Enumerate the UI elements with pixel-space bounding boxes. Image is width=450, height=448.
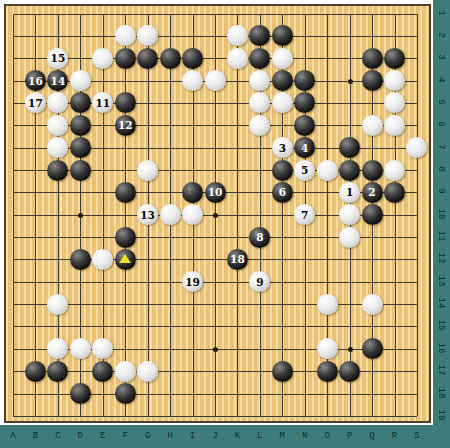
- column-label-F: F: [118, 431, 132, 441]
- stone-P8[interactable]: [339, 160, 360, 181]
- row-label-2: 2: [436, 28, 446, 42]
- star-point: [348, 79, 353, 84]
- move-6-stone-M9[interactable]: 6: [272, 182, 293, 203]
- move-2-stone-Q9[interactable]: 2: [362, 182, 383, 203]
- stone-C14[interactable]: [47, 294, 68, 315]
- row-label-10: 10: [436, 207, 446, 221]
- stone-D8[interactable]: [70, 160, 91, 181]
- stone-I4[interactable]: [182, 70, 203, 91]
- move-15-stone-C3[interactable]: 15: [47, 48, 68, 69]
- column-label-K: K: [230, 431, 244, 441]
- stone-R9[interactable]: [384, 182, 405, 203]
- grid-line-horizontal: [13, 304, 417, 305]
- stone-F2[interactable]: [115, 25, 136, 46]
- column-label-H: H: [163, 431, 177, 441]
- column-label-O: O: [320, 431, 334, 441]
- star-point: [213, 213, 218, 218]
- stone-B17[interactable]: [25, 361, 46, 382]
- stone-R6[interactable]: [384, 115, 405, 136]
- row-label-6: 6: [436, 117, 446, 131]
- row-label-17: 17: [436, 363, 446, 377]
- grid-line-horizontal: [13, 282, 417, 283]
- row-label-8: 8: [436, 162, 446, 176]
- row-label-9: 9: [436, 184, 446, 198]
- stone-Q6[interactable]: [362, 115, 383, 136]
- move-16-stone-B4[interactable]: 16: [25, 70, 46, 91]
- move-8-stone-L11[interactable]: 8: [249, 227, 270, 248]
- stone-O17[interactable]: [317, 361, 338, 382]
- row-label-12: 12: [436, 251, 446, 265]
- stone-D6[interactable]: [70, 115, 91, 136]
- column-label-G: G: [141, 431, 155, 441]
- stone-P11[interactable]: [339, 227, 360, 248]
- row-label-11: 11: [436, 229, 446, 243]
- column-label-P: P: [343, 431, 357, 441]
- grid-line-horizontal: [13, 58, 417, 59]
- grid-line-horizontal: [13, 326, 417, 327]
- stone-O14[interactable]: [317, 294, 338, 315]
- column-label-M: M: [275, 431, 289, 441]
- row-label-4: 4: [436, 73, 446, 87]
- stone-F17[interactable]: [115, 361, 136, 382]
- stone-G8[interactable]: [137, 160, 158, 181]
- stone-L3[interactable]: [249, 48, 270, 69]
- go-board-frame: 15161417111234510612137818199ABCDEFGHIJK…: [0, 0, 450, 448]
- stone-F11[interactable]: [115, 227, 136, 248]
- column-label-C: C: [51, 431, 65, 441]
- stone-E3[interactable]: [92, 48, 113, 69]
- stone-O8[interactable]: [317, 160, 338, 181]
- stone-Q8[interactable]: [362, 160, 383, 181]
- stone-M3[interactable]: [272, 48, 293, 69]
- stone-F9[interactable]: [115, 182, 136, 203]
- grid-line-horizontal: [13, 36, 417, 37]
- move-1-stone-P9[interactable]: 1: [339, 182, 360, 203]
- move-3-stone-M7[interactable]: 3: [272, 137, 293, 158]
- row-label-5: 5: [436, 95, 446, 109]
- stone-R4[interactable]: [384, 70, 405, 91]
- row-label-7: 7: [436, 140, 446, 154]
- move-10-stone-J9[interactable]: 10: [205, 182, 226, 203]
- stone-M4[interactable]: [272, 70, 293, 91]
- column-label-N: N: [298, 431, 312, 441]
- stone-I9[interactable]: [182, 182, 203, 203]
- row-label-16: 16: [436, 341, 446, 355]
- stone-M17[interactable]: [272, 361, 293, 382]
- stone-J4[interactable]: [205, 70, 226, 91]
- stone-P17[interactable]: [339, 361, 360, 382]
- column-label-J: J: [208, 431, 222, 441]
- grid-line-horizontal: [13, 14, 417, 15]
- column-label-I: I: [186, 431, 200, 441]
- stone-E17[interactable]: [92, 361, 113, 382]
- column-label-Q: Q: [365, 431, 379, 441]
- stone-C17[interactable]: [47, 361, 68, 382]
- stone-Q10[interactable]: [362, 204, 383, 225]
- star-point: [348, 347, 353, 352]
- stone-N6[interactable]: [294, 115, 315, 136]
- stone-G3[interactable]: [137, 48, 158, 69]
- stone-G17[interactable]: [137, 361, 158, 382]
- stone-Q4[interactable]: [362, 70, 383, 91]
- move-5-stone-N8[interactable]: 5: [294, 160, 315, 181]
- row-label-strip: [433, 0, 450, 448]
- column-label-S: S: [410, 431, 424, 441]
- row-label-14: 14: [436, 296, 446, 310]
- star-point: [213, 347, 218, 352]
- stone-F3[interactable]: [115, 48, 136, 69]
- grid-line-vertical: [417, 14, 418, 416]
- row-label-3: 3: [436, 50, 446, 64]
- stone-H10[interactable]: [160, 204, 181, 225]
- stone-D18[interactable]: [70, 383, 91, 404]
- move-12-stone-F6[interactable]: 12: [115, 115, 136, 136]
- row-label-13: 13: [436, 274, 446, 288]
- stone-D4[interactable]: [70, 70, 91, 91]
- row-label-19: 19: [436, 408, 446, 422]
- stone-I3[interactable]: [182, 48, 203, 69]
- stone-Q14[interactable]: [362, 294, 383, 315]
- stone-M8[interactable]: [272, 160, 293, 181]
- stone-R3[interactable]: [384, 48, 405, 69]
- stone-O16[interactable]: [317, 338, 338, 359]
- stone-H3[interactable]: [160, 48, 181, 69]
- row-label-1: 1: [436, 6, 446, 20]
- stone-K3[interactable]: [227, 48, 248, 69]
- column-label-R: R: [388, 431, 402, 441]
- stone-Q16[interactable]: [362, 338, 383, 359]
- triangle-marker-F12: [119, 254, 131, 263]
- grid-line-horizontal: [13, 416, 417, 417]
- stone-R8[interactable]: [384, 160, 405, 181]
- stone-Q3[interactable]: [362, 48, 383, 69]
- stone-D7[interactable]: [70, 137, 91, 158]
- stone-D16[interactable]: [70, 338, 91, 359]
- row-label-15: 15: [436, 318, 446, 332]
- column-label-E: E: [96, 431, 110, 441]
- column-label-L: L: [253, 431, 267, 441]
- stone-F18[interactable]: [115, 383, 136, 404]
- stone-L6[interactable]: [249, 115, 270, 136]
- stone-C8[interactable]: [47, 160, 68, 181]
- column-label-B: B: [28, 431, 42, 441]
- stone-F5[interactable]: [115, 92, 136, 113]
- row-label-18: 18: [436, 386, 446, 400]
- column-label-A: A: [6, 431, 20, 441]
- column-label-D: D: [73, 431, 87, 441]
- move-18-stone-K12[interactable]: 18: [227, 249, 248, 270]
- stone-D12[interactable]: [70, 249, 91, 270]
